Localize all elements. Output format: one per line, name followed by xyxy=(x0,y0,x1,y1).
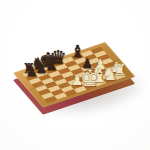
chess-set-photo: ♜♞♚♛♝♟♟♟♟♟♟♟♟♟♚♝♞♜ xyxy=(0,0,150,150)
